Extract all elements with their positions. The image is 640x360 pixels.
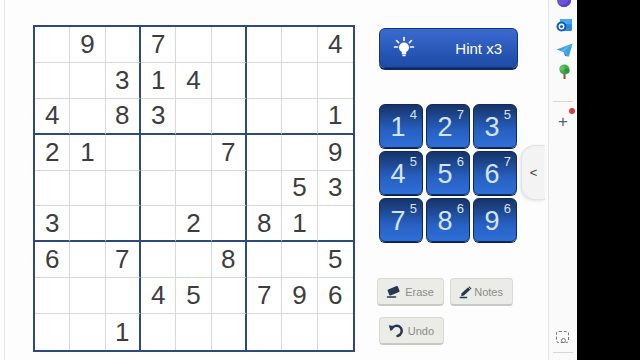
numpad-remaining-count: 7 bbox=[457, 107, 464, 122]
sudoku-cell-r5c8[interactable]: 5 bbox=[282, 171, 317, 207]
chevron-left-icon: < bbox=[530, 165, 538, 180]
sudoku-cell-r4c5[interactable] bbox=[176, 135, 211, 171]
telegram-icon[interactable] bbox=[556, 43, 573, 57]
sudoku-cell-r2c1[interactable] bbox=[35, 63, 70, 99]
sudoku-cell-r1c3[interactable] bbox=[106, 27, 141, 63]
sudoku-cell-r3c6[interactable] bbox=[212, 99, 247, 135]
sudoku-cell-r4c2[interactable]: 1 bbox=[70, 135, 105, 171]
sidebar-divider bbox=[553, 101, 573, 102]
notes-button[interactable]: Notes bbox=[450, 278, 513, 306]
numpad-digit: 7 bbox=[390, 206, 405, 237]
hint-label: Hint x3 bbox=[455, 40, 502, 57]
number-pad: 142735455667758696 bbox=[379, 104, 517, 242]
sudoku-cell-r2c5[interactable]: 4 bbox=[176, 63, 211, 99]
sudoku-cell-r5c7[interactable] bbox=[247, 171, 282, 207]
numpad-button-7[interactable]: 75 bbox=[379, 198, 423, 242]
sudoku-cell-r6c4[interactable] bbox=[141, 206, 176, 242]
sudoku-cell-r8c7[interactable]: 7 bbox=[247, 278, 282, 314]
sudoku-cell-r2c9[interactable] bbox=[318, 63, 353, 99]
sudoku-cell-r8c5[interactable]: 5 bbox=[176, 278, 211, 314]
sudoku-cell-r9c7[interactable] bbox=[247, 314, 282, 350]
numpad-button-2[interactable]: 27 bbox=[426, 104, 470, 148]
sudoku-cell-r2c4[interactable]: 1 bbox=[141, 63, 176, 99]
sudoku-cell-r8c2[interactable] bbox=[70, 278, 105, 314]
sudoku-cell-r8c8[interactable]: 9 bbox=[282, 278, 317, 314]
sudoku-cell-r4c8[interactable] bbox=[282, 135, 317, 171]
sudoku-cell-r9c8[interactable] bbox=[282, 314, 317, 350]
numpad-remaining-count: 5 bbox=[504, 107, 511, 122]
window-edge-line bbox=[4, 0, 5, 360]
sudoku-cell-r2c2[interactable] bbox=[70, 63, 105, 99]
numpad-digit: 9 bbox=[484, 206, 499, 237]
sudoku-cell-r7c5[interactable] bbox=[176, 242, 211, 278]
numpad-remaining-count: 6 bbox=[457, 201, 464, 216]
lightbulb-icon bbox=[391, 36, 417, 62]
sidebar-divider-bottom bbox=[553, 352, 573, 353]
sudoku-cell-r8c1[interactable] bbox=[35, 278, 70, 314]
sudoku-board: 974314483121795332816785457961 bbox=[33, 25, 355, 352]
sudoku-cell-r7c7[interactable] bbox=[247, 242, 282, 278]
sudoku-cell-r8c3[interactable] bbox=[106, 278, 141, 314]
sudoku-cell-r1c8[interactable] bbox=[282, 27, 317, 63]
numpad-digit: 5 bbox=[437, 159, 452, 190]
screen-snip-icon[interactable] bbox=[556, 331, 569, 343]
tree-icon[interactable] bbox=[557, 64, 572, 80]
erase-label: Erase bbox=[405, 286, 434, 298]
sudoku-cell-r9c2[interactable] bbox=[70, 314, 105, 350]
sudoku-cell-r5c4[interactable] bbox=[141, 171, 176, 207]
sudoku-cell-r4c4[interactable] bbox=[141, 135, 176, 171]
sudoku-cell-r8c4[interactable]: 4 bbox=[141, 278, 176, 314]
sudoku-cell-r1c1[interactable] bbox=[35, 27, 70, 63]
sudoku-cell-r1c5[interactable] bbox=[176, 27, 211, 63]
hint-button[interactable]: Hint x3 bbox=[379, 28, 518, 68]
numpad-digit: 2 bbox=[437, 112, 452, 143]
numpad-remaining-count: 5 bbox=[410, 201, 417, 216]
sudoku-cell-r6c5[interactable]: 2 bbox=[176, 206, 211, 242]
numpad-remaining-count: 4 bbox=[410, 107, 417, 122]
app-circle-icon[interactable] bbox=[557, 0, 571, 7]
numpad-digit: 1 bbox=[390, 112, 405, 143]
undo-arrow-icon bbox=[387, 322, 405, 339]
sudoku-cell-r5c9[interactable]: 3 bbox=[318, 171, 353, 207]
sudoku-cell-r2c3[interactable]: 3 bbox=[106, 63, 141, 99]
sudoku-cell-r6c8[interactable]: 1 bbox=[282, 206, 317, 242]
numpad-button-6[interactable]: 67 bbox=[473, 151, 517, 195]
black-background-strip bbox=[577, 0, 640, 360]
numpad-digit: 3 bbox=[484, 112, 499, 143]
numpad-button-8[interactable]: 86 bbox=[426, 198, 470, 242]
undo-button[interactable]: Undo bbox=[379, 317, 444, 345]
sudoku-cell-r3c8[interactable] bbox=[282, 99, 317, 135]
numpad-remaining-count: 7 bbox=[504, 154, 511, 169]
sudoku-cell-r3c7[interactable] bbox=[247, 99, 282, 135]
sudoku-cell-r4c6[interactable]: 7 bbox=[212, 135, 247, 171]
numpad-button-9[interactable]: 96 bbox=[473, 198, 517, 242]
notes-label: Notes bbox=[474, 286, 503, 298]
sudoku-cell-r3c4[interactable]: 3 bbox=[141, 99, 176, 135]
edge-sidebar: + bbox=[548, 0, 577, 360]
sudoku-cell-r7c8[interactable] bbox=[282, 242, 317, 278]
numpad-digit: 8 bbox=[437, 206, 452, 237]
sudoku-cell-r6c1[interactable]: 3 bbox=[35, 206, 70, 242]
outlook-icon[interactable] bbox=[556, 18, 573, 33]
sudoku-cell-r5c1[interactable] bbox=[35, 171, 70, 207]
sudoku-cell-r4c1[interactable]: 2 bbox=[35, 135, 70, 171]
numpad-digit: 4 bbox=[390, 159, 405, 190]
sudoku-cell-r3c2[interactable] bbox=[70, 99, 105, 135]
sudoku-cell-r1c7[interactable] bbox=[247, 27, 282, 63]
numpad-button-1[interactable]: 14 bbox=[379, 104, 423, 148]
sudoku-cell-r9c5[interactable] bbox=[176, 314, 211, 350]
sudoku-cell-r3c5[interactable] bbox=[176, 99, 211, 135]
sudoku-cell-r6c7[interactable]: 8 bbox=[247, 206, 282, 242]
sudoku-cell-r5c6[interactable] bbox=[212, 171, 247, 207]
numpad-button-3[interactable]: 35 bbox=[473, 104, 517, 148]
sudoku-cell-r7c1[interactable]: 6 bbox=[35, 242, 70, 278]
sudoku-cell-r9c3[interactable]: 1 bbox=[106, 314, 141, 350]
numpad-button-5[interactable]: 56 bbox=[426, 151, 470, 195]
sudoku-cell-r2c7[interactable] bbox=[247, 63, 282, 99]
numpad-remaining-count: 5 bbox=[410, 154, 417, 169]
sudoku-cell-r1c9[interactable]: 4 bbox=[318, 27, 353, 63]
sudoku-cell-r2c6[interactable] bbox=[212, 63, 247, 99]
sudoku-cell-r1c6[interactable] bbox=[212, 27, 247, 63]
sudoku-cell-r7c6[interactable]: 8 bbox=[212, 242, 247, 278]
sudoku-cell-r7c3[interactable]: 7 bbox=[106, 242, 141, 278]
sudoku-cell-r5c2[interactable] bbox=[70, 171, 105, 207]
sudoku-cell-r1c4[interactable]: 7 bbox=[141, 27, 176, 63]
erase-button[interactable]: Erase bbox=[377, 278, 444, 306]
sudoku-cell-r7c2[interactable] bbox=[70, 242, 105, 278]
sudoku-cell-r9c9[interactable] bbox=[318, 314, 353, 350]
sudoku-cell-r6c6[interactable] bbox=[212, 206, 247, 242]
sudoku-cell-r8c9[interactable]: 6 bbox=[318, 278, 353, 314]
sudoku-cell-r3c1[interactable]: 4 bbox=[35, 99, 70, 135]
sudoku-cell-r7c9[interactable]: 5 bbox=[318, 242, 353, 278]
sudoku-cell-r3c9[interactable]: 1 bbox=[318, 99, 353, 135]
numpad-digit: 6 bbox=[484, 159, 499, 190]
sudoku-cell-r8c6[interactable] bbox=[212, 278, 247, 314]
sudoku-cell-r7c4[interactable] bbox=[141, 242, 176, 278]
sudoku-cell-r5c5[interactable] bbox=[176, 171, 211, 207]
add-icon[interactable]: + bbox=[555, 112, 571, 132]
sudoku-cell-r6c9[interactable] bbox=[318, 206, 353, 242]
sudoku-cell-r4c7[interactable] bbox=[247, 135, 282, 171]
numpad-button-4[interactable]: 45 bbox=[379, 151, 423, 195]
sudoku-cell-r4c9[interactable]: 9 bbox=[318, 135, 353, 171]
sudoku-cell-r6c2[interactable] bbox=[70, 206, 105, 242]
sudoku-cell-r6c3[interactable] bbox=[106, 206, 141, 242]
sudoku-cell-r9c4[interactable] bbox=[141, 314, 176, 350]
sidebar-collapse-tab[interactable]: < bbox=[521, 145, 545, 200]
numpad-remaining-count: 6 bbox=[457, 154, 464, 169]
sudoku-cell-r9c6[interactable] bbox=[212, 314, 247, 350]
pencil-icon bbox=[458, 284, 474, 300]
undo-label: Undo bbox=[408, 325, 434, 337]
sudoku-cell-r3c3[interactable]: 8 bbox=[106, 99, 141, 135]
sudoku-cell-r2c8[interactable] bbox=[282, 63, 317, 99]
numpad-remaining-count: 6 bbox=[504, 201, 511, 216]
sudoku-cell-r9c1[interactable] bbox=[35, 314, 70, 350]
sudoku-cell-r1c2[interactable]: 9 bbox=[70, 27, 105, 63]
sudoku-cell-r4c3[interactable] bbox=[106, 135, 141, 171]
sudoku-cell-r5c3[interactable] bbox=[106, 171, 141, 207]
eraser-icon bbox=[385, 284, 403, 300]
